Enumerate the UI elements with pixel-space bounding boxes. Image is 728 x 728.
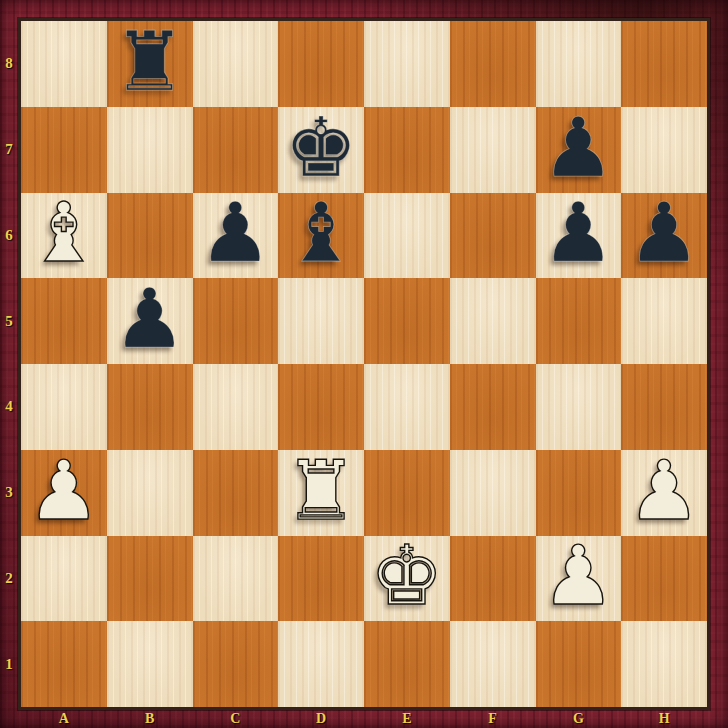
file-label-a: A: [21, 710, 107, 728]
square-a3[interactable]: ♟: [21, 450, 107, 536]
square-g2[interactable]: ♟: [536, 536, 622, 622]
square-c2[interactable]: [193, 536, 279, 622]
square-c7[interactable]: [193, 107, 279, 193]
square-f8[interactable]: [450, 21, 536, 107]
white-pawn[interactable]: ♟: [27, 450, 101, 532]
square-d7[interactable]: ♚: [278, 107, 364, 193]
square-f4[interactable]: [450, 364, 536, 450]
rank-label-4: 4: [0, 364, 18, 450]
rank-label-2: 2: [0, 536, 18, 622]
black-pawn[interactable]: ♟: [199, 192, 273, 274]
square-g8[interactable]: [536, 21, 622, 107]
square-b5[interactable]: ♟: [107, 278, 193, 364]
file-label-f: F: [450, 710, 536, 728]
square-e4[interactable]: [364, 364, 450, 450]
square-c4[interactable]: [193, 364, 279, 450]
square-a8[interactable]: [21, 21, 107, 107]
file-label-g: G: [536, 710, 622, 728]
black-rook[interactable]: ♜: [113, 21, 187, 103]
rank-labels: 87654321: [0, 21, 18, 707]
square-e5[interactable]: [364, 278, 450, 364]
square-d6[interactable]: ♝: [278, 193, 364, 279]
white-king[interactable]: ♚: [370, 535, 444, 617]
white-bishop[interactable]: ♝: [27, 192, 101, 274]
black-bishop[interactable]: ♝: [284, 192, 358, 274]
square-e1[interactable]: [364, 621, 450, 707]
square-g5[interactable]: [536, 278, 622, 364]
file-labels: ABCDEFGH: [21, 710, 707, 728]
square-h8[interactable]: [621, 21, 707, 107]
square-h2[interactable]: [621, 536, 707, 622]
square-a6[interactable]: ♝: [21, 193, 107, 279]
square-a4[interactable]: [21, 364, 107, 450]
square-b8[interactable]: ♜: [107, 21, 193, 107]
square-h5[interactable]: [621, 278, 707, 364]
white-pawn[interactable]: ♟: [542, 535, 616, 617]
square-h1[interactable]: [621, 621, 707, 707]
square-f7[interactable]: [450, 107, 536, 193]
square-g4[interactable]: [536, 364, 622, 450]
board-frame: ♜♚♟♝♟♝♟♟♟♟♜♟♚♟: [18, 18, 710, 710]
square-e7[interactable]: [364, 107, 450, 193]
square-g7[interactable]: ♟: [536, 107, 622, 193]
square-g3[interactable]: [536, 450, 622, 536]
square-d5[interactable]: [278, 278, 364, 364]
square-b6[interactable]: [107, 193, 193, 279]
file-label-b: B: [107, 710, 193, 728]
black-king[interactable]: ♚: [284, 107, 358, 189]
square-d2[interactable]: [278, 536, 364, 622]
white-pawn[interactable]: ♟: [627, 450, 701, 532]
rank-label-3: 3: [0, 450, 18, 536]
square-d4[interactable]: [278, 364, 364, 450]
rank-label-6: 6: [0, 193, 18, 279]
square-f3[interactable]: [450, 450, 536, 536]
black-pawn[interactable]: ♟: [542, 192, 616, 274]
square-b3[interactable]: [107, 450, 193, 536]
square-f2[interactable]: [450, 536, 536, 622]
square-a2[interactable]: [21, 536, 107, 622]
rank-label-7: 7: [0, 107, 18, 193]
square-e3[interactable]: [364, 450, 450, 536]
square-e2[interactable]: ♚: [364, 536, 450, 622]
square-b2[interactable]: [107, 536, 193, 622]
square-g1[interactable]: [536, 621, 622, 707]
square-f6[interactable]: [450, 193, 536, 279]
square-b1[interactable]: [107, 621, 193, 707]
square-h6[interactable]: ♟: [621, 193, 707, 279]
square-f5[interactable]: [450, 278, 536, 364]
rank-label-8: 8: [0, 21, 18, 107]
square-h7[interactable]: [621, 107, 707, 193]
chessboard-app: 87654321 ABCDEFGH ♜♚♟♝♟♝♟♟♟♟♜♟♚♟: [0, 0, 728, 728]
square-d3[interactable]: ♜: [278, 450, 364, 536]
rank-label-1: 1: [0, 621, 18, 707]
square-e6[interactable]: [364, 193, 450, 279]
square-g6[interactable]: ♟: [536, 193, 622, 279]
square-h3[interactable]: ♟: [621, 450, 707, 536]
square-b4[interactable]: [107, 364, 193, 450]
square-c8[interactable]: [193, 21, 279, 107]
file-label-c: C: [193, 710, 279, 728]
square-f1[interactable]: [450, 621, 536, 707]
black-pawn[interactable]: ♟: [627, 192, 701, 274]
square-d1[interactable]: [278, 621, 364, 707]
square-b7[interactable]: [107, 107, 193, 193]
square-e8[interactable]: [364, 21, 450, 107]
square-d8[interactable]: [278, 21, 364, 107]
square-a5[interactable]: [21, 278, 107, 364]
square-a7[interactable]: [21, 107, 107, 193]
chess-board: ♜♚♟♝♟♝♟♟♟♟♜♟♚♟: [21, 21, 707, 707]
square-c5[interactable]: [193, 278, 279, 364]
black-pawn[interactable]: ♟: [542, 107, 616, 189]
file-label-d: D: [278, 710, 364, 728]
square-h4[interactable]: [621, 364, 707, 450]
file-label-e: E: [364, 710, 450, 728]
black-pawn[interactable]: ♟: [113, 278, 187, 360]
square-c3[interactable]: [193, 450, 279, 536]
square-a1[interactable]: [21, 621, 107, 707]
square-c1[interactable]: [193, 621, 279, 707]
square-c6[interactable]: ♟: [193, 193, 279, 279]
rank-label-5: 5: [0, 278, 18, 364]
file-label-h: H: [621, 710, 707, 728]
white-rook[interactable]: ♜: [284, 450, 358, 532]
